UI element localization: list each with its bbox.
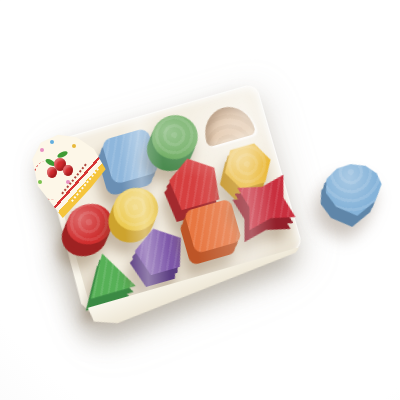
product-photo-scene (0, 0, 400, 400)
confetti-dot (40, 148, 44, 152)
confetti-dot (50, 140, 54, 144)
blue-semicircle-face (320, 159, 388, 221)
empty-semicircle-slot[interactable] (199, 101, 256, 147)
piece-blue-semicircle-loose[interactable] (320, 159, 388, 221)
piece-green-triangle[interactable] (78, 245, 138, 301)
confetti-dot (72, 144, 76, 148)
green-triangle-face (78, 245, 138, 301)
slot-grid (56, 94, 289, 299)
